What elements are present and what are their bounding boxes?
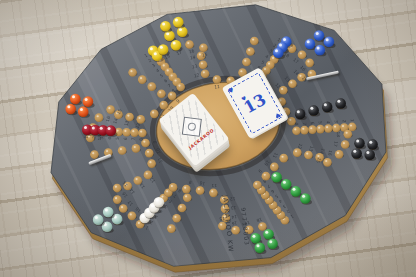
marble-teal-4[interactable] [93, 214, 104, 225]
hole-S2-t5 [316, 125, 325, 134]
track-number: 11 [214, 84, 220, 89]
marble-green-4[interactable] [254, 243, 265, 254]
marble-green-2[interactable] [250, 233, 261, 244]
hole-S0-t8 [176, 83, 185, 92]
marble-green-3[interactable] [267, 238, 278, 249]
track-number: 3 [334, 120, 339, 123]
marble-yellow-3[interactable] [160, 21, 171, 32]
hole-S1-s2 [242, 58, 251, 67]
hole-S3-t16 [335, 150, 344, 159]
card-back-emblem-icon [182, 117, 202, 137]
hole-S0-s1 [157, 89, 166, 98]
hole-S2-t6 [308, 125, 317, 134]
track-number: 4 [326, 121, 331, 124]
hole-S5-s1 [132, 144, 141, 153]
hole-S2-t13 [288, 79, 297, 88]
track-number: 6 [310, 122, 315, 125]
hole-S1-t16 [185, 40, 194, 49]
marble-blue-7[interactable] [273, 47, 284, 58]
marble-yellow-7[interactable] [171, 40, 182, 51]
track-number: 11 [211, 183, 217, 188]
track-number: 17 [333, 141, 339, 147]
photo-stage: 1234567891011121314151617181234567891011… [0, 0, 416, 277]
hole-S5-t17 [119, 204, 128, 213]
hole-S5-t16 [113, 195, 122, 204]
marble-white-4[interactable] [154, 197, 165, 208]
marble-black-6[interactable] [308, 105, 319, 116]
hole-S5-s2 [118, 146, 127, 155]
hole-S4-t11 [209, 189, 218, 198]
marble-green-1[interactable] [263, 229, 274, 240]
track-number: 15 [202, 52, 209, 58]
hole-S2-t7 [300, 126, 309, 135]
hole-S1-t15 [199, 43, 208, 52]
track-number: 5 [318, 121, 323, 124]
marble-orange-3[interactable] [65, 104, 76, 115]
marble-orange-4[interactable] [70, 94, 81, 105]
hole-S2-t1 [348, 123, 357, 132]
hole-S2-t16 [305, 59, 314, 68]
hole-S4-s3 [172, 214, 181, 223]
marble-blue-3[interactable] [314, 30, 325, 41]
hole-S0-t12 [136, 115, 145, 124]
hole-S4-t10 [196, 186, 205, 195]
marble-blue-4[interactable] [324, 37, 335, 48]
hole-S3-t18 [343, 130, 352, 139]
hole-S2-t8 [292, 126, 301, 135]
track-number: 2 [342, 120, 347, 123]
hole-S3-t11 [279, 154, 288, 163]
marble-green-8[interactable] [300, 193, 311, 204]
hole-S1-t11 [213, 75, 222, 84]
marble-green-6[interactable] [281, 179, 292, 190]
marble-yellow-8[interactable] [158, 44, 169, 55]
hole-S5-t8 [138, 129, 147, 138]
marble-yellow-4[interactable] [173, 17, 184, 28]
hole-S5-t10 [145, 149, 154, 158]
emblem-circle-icon [187, 122, 196, 131]
hole-S0-t11 [150, 110, 159, 119]
marble-black-3[interactable] [367, 139, 378, 150]
hole-S3-t13 [304, 151, 313, 160]
hole-S0-t15 [106, 105, 115, 114]
hole-S4-s2 [178, 204, 187, 213]
hole-S0-s4 [128, 68, 137, 77]
marble-red-4[interactable] [106, 125, 117, 136]
hole-S3-t17 [341, 140, 350, 149]
hole-S3-t8 [253, 181, 262, 190]
hole-S5-t6 [122, 128, 131, 137]
hole-S5-t15 [113, 184, 122, 193]
marble-green-7[interactable] [290, 186, 301, 197]
hole-S0-s3 [138, 75, 147, 84]
marble-orange-2[interactable] [83, 96, 94, 107]
marble-black-2[interactable] [351, 148, 362, 159]
hole-S1-s4 [250, 37, 259, 46]
track-number: 18 [336, 131, 341, 137]
track-number: 7 [302, 122, 307, 125]
track-number: 1 [350, 119, 355, 122]
hole-S0-t13 [125, 113, 134, 122]
marble-blue-2[interactable] [315, 45, 326, 56]
track-number: 8 [294, 123, 299, 126]
marble-black-4[interactable] [364, 149, 375, 160]
hole-S0-s2 [148, 82, 157, 91]
hole-S1-s3 [246, 47, 255, 56]
hole-S1-t12 [201, 69, 210, 78]
hole-S5-t11 [147, 159, 156, 168]
hole-S4-t8 [169, 183, 178, 192]
hole-S0-t10 [159, 101, 168, 110]
hole-S0-t16 [95, 113, 104, 122]
hole-S3-t15 [323, 158, 332, 167]
hole-S1-t13 [199, 60, 208, 69]
hole-S3-t12 [293, 148, 302, 157]
marble-black-8[interactable] [335, 98, 346, 109]
hole-S2-t4 [324, 124, 333, 133]
hole-S4-s4 [167, 224, 176, 233]
marble-teal-2[interactable] [103, 207, 114, 218]
marble-black-5[interactable] [295, 109, 306, 120]
hole-S5-t18 [128, 212, 137, 221]
marble-black-7[interactable] [322, 102, 333, 113]
marble-green-5[interactable] [271, 172, 282, 183]
marble-orange-1[interactable] [78, 106, 89, 117]
hole-S3-t10 [270, 163, 279, 172]
marble-blue-1[interactable] [305, 39, 316, 50]
hole-S2-t17 [298, 50, 307, 59]
marble-black-1[interactable] [354, 138, 365, 149]
hole-S5-t7 [130, 128, 139, 137]
hole-S2-t12 [279, 86, 288, 95]
hole-S4-s1 [183, 193, 192, 202]
hole-S4-t9 [182, 185, 191, 194]
